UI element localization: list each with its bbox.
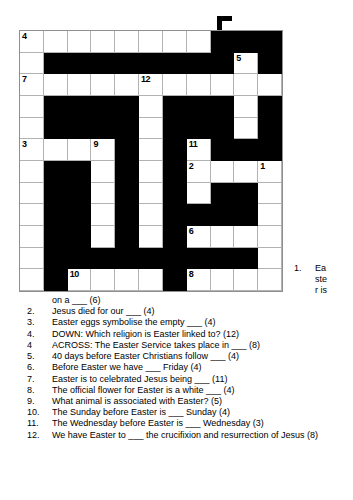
white-cell[interactable]: 4 (20, 31, 44, 53)
clue-number: 3. (27, 317, 52, 327)
clue-number: 8. (27, 385, 52, 395)
clue-text: 40 days before Easter Christians follow … (52, 351, 239, 361)
white-cell[interactable] (139, 118, 163, 140)
white-cell[interactable]: 10 (68, 269, 92, 291)
black-cell (234, 139, 258, 161)
black-cell (187, 53, 211, 75)
black-cell (211, 53, 235, 75)
black-cell (211, 204, 235, 226)
white-cell[interactable] (44, 31, 68, 53)
clue-row: 4ACROSS: The Easter Service takes place … (27, 340, 318, 351)
black-cell (258, 96, 282, 118)
white-cell[interactable] (139, 139, 163, 161)
crossword-grid: 457123911216108 (19, 30, 283, 292)
clue-one-line: Ea (315, 263, 327, 274)
white-cell[interactable]: 1 (258, 161, 282, 183)
clue-text: Easter eggs symbolise the empty ___ (4) (52, 317, 216, 327)
white-cell[interactable] (139, 96, 163, 118)
stray-corner-mark (217, 16, 232, 30)
page: 457123911216108 1. Easter is on a ___ (6… (0, 0, 353, 500)
clue-row: 3.Easter eggs symbolise the empty ___ (4… (27, 317, 318, 328)
white-cell[interactable] (20, 161, 44, 183)
clue-number: 4. (27, 329, 52, 339)
black-cell (139, 53, 163, 75)
white-cell[interactable] (20, 53, 44, 75)
black-cell (44, 269, 68, 291)
black-cell (115, 161, 139, 183)
white-cell[interactable]: 11 (187, 139, 211, 161)
black-cell (211, 96, 235, 118)
white-cell[interactable] (234, 269, 258, 291)
clue-number: 2. (27, 306, 52, 316)
white-cell[interactable] (258, 183, 282, 205)
cell-clue-number: 9 (93, 139, 98, 149)
black-cell (211, 248, 235, 270)
clue-row: 2.Jesus died for our ___ (4) (27, 306, 318, 317)
clue-text: The Sunday before Easter is ___ Sunday (… (52, 407, 230, 417)
white-cell[interactable] (234, 96, 258, 118)
clue-one-line: ste (315, 274, 327, 285)
cell-clue-number: 4 (22, 31, 27, 41)
clue-number: 12. (27, 430, 52, 440)
black-cell (163, 269, 187, 291)
cell-clue-number: 10 (70, 269, 79, 279)
black-cell (258, 139, 282, 161)
clue-text: Jesus died for our ___ (4) (52, 306, 155, 316)
white-cell[interactable] (139, 226, 163, 248)
clue-row: 10.The Sunday before Easter is ___ Sunda… (27, 407, 318, 418)
black-cell (163, 226, 187, 248)
white-cell[interactable]: 5 (234, 53, 258, 75)
clue-number: 7. (27, 374, 52, 384)
white-cell[interactable] (91, 226, 115, 248)
black-cell (68, 161, 92, 183)
clue-number: 4 (27, 340, 52, 350)
black-cell (44, 226, 68, 248)
white-cell[interactable] (211, 74, 235, 96)
clue-row: on a ___ (6) (27, 295, 318, 306)
black-cell (163, 204, 187, 226)
clue-text: Before Easter we have ___ Friday (4) (52, 362, 202, 372)
white-cell[interactable] (139, 204, 163, 226)
white-cell[interactable] (258, 269, 282, 291)
black-cell (258, 118, 282, 140)
cell-clue-number: 8 (189, 269, 194, 279)
black-cell (211, 118, 235, 140)
white-cell[interactable] (234, 226, 258, 248)
white-cell[interactable] (139, 269, 163, 291)
clue-one-wrapped-text: Easter is (315, 263, 327, 297)
white-cell[interactable] (44, 139, 68, 161)
black-cell (115, 183, 139, 205)
clue-text: What animal is associated with Easter? (… (52, 396, 222, 406)
black-cell (44, 53, 68, 75)
white-cell[interactable] (163, 31, 187, 53)
black-cell (258, 53, 282, 75)
clue-text: The Wednesday before Easter is ___ Wedne… (52, 418, 264, 428)
clue-row: 12.We have Easter to ___ the crucifixion… (27, 430, 318, 441)
black-cell (163, 118, 187, 140)
black-cell (44, 118, 68, 140)
white-cell[interactable]: 8 (187, 269, 211, 291)
black-cell (211, 183, 235, 205)
black-cell (234, 31, 258, 53)
white-cell[interactable] (68, 139, 92, 161)
black-cell (91, 118, 115, 140)
white-cell[interactable]: 3 (20, 139, 44, 161)
black-cell (211, 139, 235, 161)
white-cell[interactable] (163, 74, 187, 96)
white-cell[interactable] (20, 248, 44, 270)
clues-list: on a ___ (6)2.Jesus died for our ___ (4)… (27, 295, 318, 441)
black-cell (91, 53, 115, 75)
clue-row: 11.The Wednesday before Easter is ___ We… (27, 418, 318, 429)
black-cell (258, 31, 282, 53)
white-cell[interactable] (234, 74, 258, 96)
cell-clue-number: 12 (141, 74, 150, 84)
white-cell[interactable] (44, 74, 68, 96)
black-cell (163, 161, 187, 183)
clue-row: 9.What animal is associated with Easter?… (27, 396, 318, 407)
white-cell[interactable] (234, 118, 258, 140)
clue-text: on a ___ (6) (52, 295, 101, 305)
black-cell (68, 226, 92, 248)
black-cell (91, 248, 115, 270)
white-cell[interactable] (91, 31, 115, 53)
clue-row: 8.The official flower for Easter is a wh… (27, 385, 318, 396)
black-cell (115, 118, 139, 140)
clue-row: 7.Easter is to celebrated Jesus being __… (27, 374, 318, 385)
clue-text: Easter is to celebrated Jesus being ___ … (52, 374, 227, 384)
black-cell (139, 248, 163, 270)
cell-clue-number: 7 (22, 74, 27, 84)
black-cell (115, 53, 139, 75)
black-cell (91, 96, 115, 118)
black-cell (68, 183, 92, 205)
white-cell[interactable] (68, 74, 92, 96)
clue-number: 5. (27, 351, 52, 361)
white-cell[interactable] (20, 96, 44, 118)
white-cell[interactable] (115, 269, 139, 291)
black-cell (211, 31, 235, 53)
white-cell[interactable]: 12 (139, 74, 163, 96)
black-cell (115, 139, 139, 161)
white-cell[interactable] (187, 31, 211, 53)
black-cell (163, 139, 187, 161)
white-cell[interactable] (139, 161, 163, 183)
clue-row: 4.DOWN: Which religion is Easter linked … (27, 329, 318, 340)
clue-text: We have Easter to ___ the crucifixion an… (52, 430, 318, 440)
white-cell[interactable] (91, 74, 115, 96)
white-cell[interactable] (258, 204, 282, 226)
black-cell (115, 96, 139, 118)
black-cell (68, 53, 92, 75)
cell-clue-number: 5 (236, 53, 241, 63)
white-cell[interactable] (258, 226, 282, 248)
white-cell[interactable] (187, 183, 211, 205)
white-cell[interactable] (258, 248, 282, 270)
white-cell[interactable] (20, 269, 44, 291)
clue-text: ACROSS: The Easter Service takes place i… (52, 340, 260, 350)
white-cell[interactable]: 7 (20, 74, 44, 96)
white-cell[interactable] (258, 74, 282, 96)
black-cell (163, 183, 187, 205)
black-cell (68, 96, 92, 118)
white-cell[interactable] (91, 183, 115, 205)
black-cell (44, 183, 68, 205)
black-cell (187, 118, 211, 140)
white-cell[interactable] (211, 161, 235, 183)
black-cell (68, 204, 92, 226)
white-cell[interactable] (115, 74, 139, 96)
clue-text: DOWN: Which religion is Easter linked to… (52, 329, 239, 339)
cell-clue-number: 3 (22, 139, 27, 149)
white-cell[interactable] (91, 204, 115, 226)
white-cell[interactable] (20, 204, 44, 226)
white-cell[interactable] (187, 74, 211, 96)
black-cell (163, 248, 187, 270)
black-cell (187, 96, 211, 118)
white-cell[interactable]: 2 (187, 161, 211, 183)
black-cell (68, 248, 92, 270)
white-cell[interactable] (91, 269, 115, 291)
black-cell (44, 204, 68, 226)
white-cell[interactable] (211, 226, 235, 248)
cell-clue-number: 11 (189, 139, 198, 149)
black-cell (115, 226, 139, 248)
black-cell (234, 248, 258, 270)
white-cell[interactable] (139, 183, 163, 205)
cell-clue-number: 1 (260, 161, 265, 171)
white-cell[interactable] (234, 161, 258, 183)
white-cell[interactable] (211, 269, 235, 291)
black-cell (44, 161, 68, 183)
black-cell (163, 96, 187, 118)
white-cell[interactable] (20, 118, 44, 140)
black-cell (115, 204, 139, 226)
clue-text: The official flower for Easter is a whit… (52, 385, 234, 395)
black-cell (187, 204, 211, 226)
black-cell (234, 183, 258, 205)
white-cell[interactable] (20, 183, 44, 205)
white-cell[interactable] (115, 31, 139, 53)
cell-clue-number: 2 (189, 161, 194, 171)
black-cell (44, 248, 68, 270)
clue-row: 6.Before Easter we have ___ Friday (4) (27, 362, 318, 373)
clue-number: 1. (294, 263, 302, 274)
white-cell[interactable] (68, 31, 92, 53)
clue-number: 11. (27, 418, 52, 428)
black-cell (115, 248, 139, 270)
clue-number: 10. (27, 407, 52, 417)
cell-clue-number: 6 (189, 226, 194, 236)
white-cell[interactable] (91, 161, 115, 183)
black-cell (44, 96, 68, 118)
black-cell (234, 204, 258, 226)
white-cell[interactable]: 6 (187, 226, 211, 248)
black-cell (187, 248, 211, 270)
white-cell[interactable]: 9 (91, 139, 115, 161)
black-cell (68, 118, 92, 140)
white-cell[interactable] (139, 31, 163, 53)
black-cell (163, 53, 187, 75)
clue-number: 9. (27, 396, 52, 406)
clue-number: 6. (27, 362, 52, 372)
clue-row: 5.40 days before Easter Christians follo… (27, 351, 318, 362)
white-cell[interactable] (20, 226, 44, 248)
